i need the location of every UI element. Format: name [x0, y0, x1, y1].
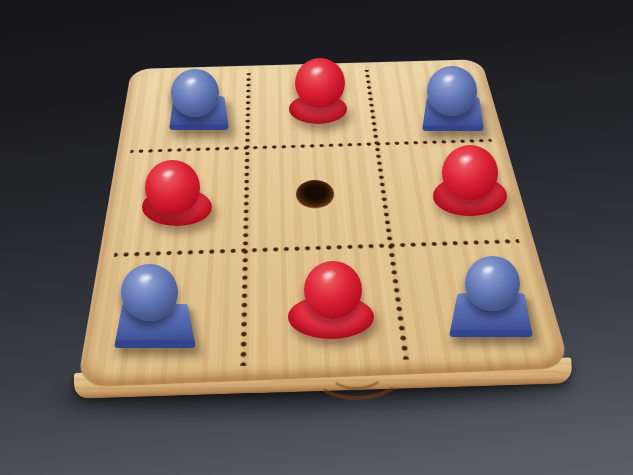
piece-r3c2[interactable]	[288, 261, 374, 339]
piece-r3c3[interactable]	[449, 256, 533, 338]
piece-r2c3[interactable]	[433, 145, 507, 216]
piece-r2c1[interactable]	[142, 160, 212, 226]
piece-ball	[145, 160, 200, 215]
piece-layer	[0, 0, 633, 475]
piece-r1c2[interactable]	[289, 58, 347, 124]
piece-ball	[427, 66, 477, 116]
piece-r1c1[interactable]	[169, 69, 229, 133]
piece-ball	[171, 69, 219, 117]
piece-ball	[304, 261, 362, 319]
piece-ball	[465, 256, 520, 311]
piece-r1c3[interactable]	[422, 66, 484, 132]
piece-ball	[121, 264, 178, 321]
piece-r3c1[interactable]	[114, 264, 196, 348]
piece-ball	[295, 58, 345, 108]
piece-ball	[442, 145, 498, 201]
board-photo-scene	[0, 0, 633, 475]
